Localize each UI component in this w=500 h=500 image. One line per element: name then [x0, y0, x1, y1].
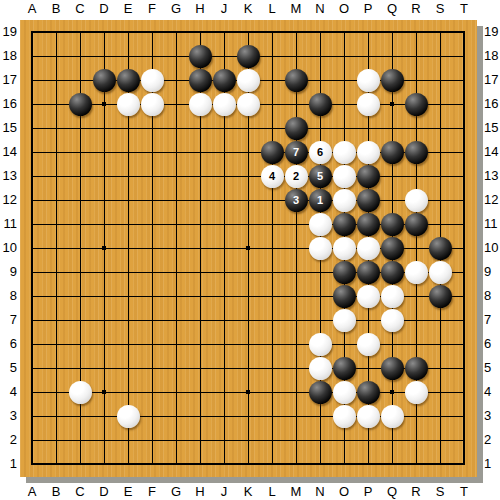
- white-stone-M13[interactable]: 2: [285, 165, 308, 188]
- intersection-D14[interactable]: [92, 140, 116, 164]
- white-stone-O12[interactable]: [333, 189, 356, 212]
- intersection-T11[interactable]: [452, 212, 476, 236]
- intersection-H9[interactable]: [188, 260, 212, 284]
- intersection-G15[interactable]: [164, 116, 188, 140]
- intersection-A18[interactable]: [20, 44, 44, 68]
- intersection-B3[interactable]: [44, 404, 68, 428]
- intersection-G9[interactable]: [164, 260, 188, 284]
- intersection-C19[interactable]: [68, 20, 92, 44]
- intersection-G8[interactable]: [164, 284, 188, 308]
- intersection-D17[interactable]: [92, 68, 116, 92]
- intersection-A16[interactable]: [20, 92, 44, 116]
- intersection-F9[interactable]: [140, 260, 164, 284]
- intersection-Q6[interactable]: [380, 332, 404, 356]
- white-stone-O4[interactable]: [333, 381, 356, 404]
- white-stone-F16[interactable]: [141, 93, 164, 116]
- intersection-H5[interactable]: [188, 356, 212, 380]
- intersection-O10[interactable]: [332, 236, 356, 260]
- intersection-K1[interactable]: [236, 452, 260, 476]
- intersection-C16[interactable]: [68, 92, 92, 116]
- intersection-B12[interactable]: [44, 188, 68, 212]
- intersection-K7[interactable]: [236, 308, 260, 332]
- intersection-G12[interactable]: [164, 188, 188, 212]
- intersection-R2[interactable]: [404, 428, 428, 452]
- intersection-G5[interactable]: [164, 356, 188, 380]
- intersection-B18[interactable]: [44, 44, 68, 68]
- intersection-F13[interactable]: [140, 164, 164, 188]
- intersection-P19[interactable]: [356, 20, 380, 44]
- white-stone-O13[interactable]: [333, 165, 356, 188]
- black-stone-Q11[interactable]: [381, 213, 404, 236]
- intersection-G3[interactable]: [164, 404, 188, 428]
- intersection-F6[interactable]: [140, 332, 164, 356]
- intersection-M16[interactable]: [284, 92, 308, 116]
- intersection-D3[interactable]: [92, 404, 116, 428]
- white-stone-Q7[interactable]: [381, 309, 404, 332]
- white-stone-L13[interactable]: 4: [261, 165, 284, 188]
- black-stone-Q5[interactable]: [381, 357, 404, 380]
- intersection-R3[interactable]: [404, 404, 428, 428]
- intersection-D15[interactable]: [92, 116, 116, 140]
- intersection-L11[interactable]: [260, 212, 284, 236]
- intersection-D2[interactable]: [92, 428, 116, 452]
- black-stone-P9[interactable]: [357, 261, 380, 284]
- intersection-S9[interactable]: [428, 260, 452, 284]
- intersection-F16[interactable]: [140, 92, 164, 116]
- intersection-H15[interactable]: [188, 116, 212, 140]
- white-stone-P3[interactable]: [357, 405, 380, 428]
- intersection-P7[interactable]: [356, 308, 380, 332]
- intersection-L2[interactable]: [260, 428, 284, 452]
- intersection-J13[interactable]: [212, 164, 236, 188]
- intersection-T19[interactable]: [452, 20, 476, 44]
- white-stone-O7[interactable]: [333, 309, 356, 332]
- intersection-H4[interactable]: [188, 380, 212, 404]
- white-stone-J16[interactable]: [213, 93, 236, 116]
- intersection-C2[interactable]: [68, 428, 92, 452]
- black-stone-R16[interactable]: [405, 93, 428, 116]
- intersection-P8[interactable]: [356, 284, 380, 308]
- intersection-K3[interactable]: [236, 404, 260, 428]
- intersection-M5[interactable]: [284, 356, 308, 380]
- white-stone-Q8[interactable]: [381, 285, 404, 308]
- intersection-S19[interactable]: [428, 20, 452, 44]
- intersection-L3[interactable]: [260, 404, 284, 428]
- intersection-L5[interactable]: [260, 356, 284, 380]
- intersection-N18[interactable]: [308, 44, 332, 68]
- intersection-S2[interactable]: [428, 428, 452, 452]
- intersection-R15[interactable]: [404, 116, 428, 140]
- intersection-M14[interactable]: 7: [284, 140, 308, 164]
- intersection-M17[interactable]: [284, 68, 308, 92]
- intersection-N13[interactable]: 5: [308, 164, 332, 188]
- intersection-H13[interactable]: [188, 164, 212, 188]
- intersection-D11[interactable]: [92, 212, 116, 236]
- intersection-G6[interactable]: [164, 332, 188, 356]
- intersection-D18[interactable]: [92, 44, 116, 68]
- intersection-F1[interactable]: [140, 452, 164, 476]
- intersection-P18[interactable]: [356, 44, 380, 68]
- intersection-A3[interactable]: [20, 404, 44, 428]
- intersection-K15[interactable]: [236, 116, 260, 140]
- intersection-S4[interactable]: [428, 380, 452, 404]
- intersection-F19[interactable]: [140, 20, 164, 44]
- intersection-K9[interactable]: [236, 260, 260, 284]
- black-stone-D17[interactable]: [93, 69, 116, 92]
- intersection-T3[interactable]: [452, 404, 476, 428]
- intersection-E10[interactable]: [116, 236, 140, 260]
- intersection-N19[interactable]: [308, 20, 332, 44]
- white-stone-F17[interactable]: [141, 69, 164, 92]
- intersection-C10[interactable]: [68, 236, 92, 260]
- intersection-D19[interactable]: [92, 20, 116, 44]
- intersection-G16[interactable]: [164, 92, 188, 116]
- intersection-Q16[interactable]: [380, 92, 404, 116]
- black-stone-M12[interactable]: 3: [285, 189, 308, 212]
- intersection-B8[interactable]: [44, 284, 68, 308]
- intersection-T14[interactable]: [452, 140, 476, 164]
- intersection-T15[interactable]: [452, 116, 476, 140]
- black-stone-Q9[interactable]: [381, 261, 404, 284]
- white-stone-K16[interactable]: [237, 93, 260, 116]
- intersection-S17[interactable]: [428, 68, 452, 92]
- intersection-E5[interactable]: [116, 356, 140, 380]
- black-stone-H18[interactable]: [189, 45, 212, 68]
- intersection-F15[interactable]: [140, 116, 164, 140]
- intersection-O2[interactable]: [332, 428, 356, 452]
- intersection-C9[interactable]: [68, 260, 92, 284]
- intersection-N17[interactable]: [308, 68, 332, 92]
- intersection-M15[interactable]: [284, 116, 308, 140]
- intersection-N12[interactable]: 1: [308, 188, 332, 212]
- intersection-S10[interactable]: [428, 236, 452, 260]
- intersection-M4[interactable]: [284, 380, 308, 404]
- black-stone-O5[interactable]: [333, 357, 356, 380]
- intersection-G2[interactable]: [164, 428, 188, 452]
- intersection-T16[interactable]: [452, 92, 476, 116]
- intersection-H1[interactable]: [188, 452, 212, 476]
- black-stone-Q10[interactable]: [381, 237, 404, 260]
- intersection-A15[interactable]: [20, 116, 44, 140]
- intersection-S15[interactable]: [428, 116, 452, 140]
- intersection-C6[interactable]: [68, 332, 92, 356]
- intersection-P6[interactable]: [356, 332, 380, 356]
- intersection-A4[interactable]: [20, 380, 44, 404]
- intersection-D10[interactable]: [92, 236, 116, 260]
- intersection-Q17[interactable]: [380, 68, 404, 92]
- intersection-F4[interactable]: [140, 380, 164, 404]
- intersection-Q11[interactable]: [380, 212, 404, 236]
- intersection-F14[interactable]: [140, 140, 164, 164]
- intersection-C4[interactable]: [68, 380, 92, 404]
- intersection-M12[interactable]: 3: [284, 188, 308, 212]
- intersection-A7[interactable]: [20, 308, 44, 332]
- black-stone-P11[interactable]: [357, 213, 380, 236]
- intersection-H18[interactable]: [188, 44, 212, 68]
- intersection-C15[interactable]: [68, 116, 92, 140]
- intersection-L10[interactable]: [260, 236, 284, 260]
- intersection-M8[interactable]: [284, 284, 308, 308]
- intersection-F18[interactable]: [140, 44, 164, 68]
- white-stone-N14[interactable]: 6: [309, 141, 332, 164]
- intersection-F11[interactable]: [140, 212, 164, 236]
- intersection-O18[interactable]: [332, 44, 356, 68]
- intersection-R5[interactable]: [404, 356, 428, 380]
- intersection-L8[interactable]: [260, 284, 284, 308]
- intersection-J17[interactable]: [212, 68, 236, 92]
- intersection-J1[interactable]: [212, 452, 236, 476]
- intersection-P10[interactable]: [356, 236, 380, 260]
- intersection-Q10[interactable]: [380, 236, 404, 260]
- intersection-E9[interactable]: [116, 260, 140, 284]
- intersection-M6[interactable]: [284, 332, 308, 356]
- intersection-F3[interactable]: [140, 404, 164, 428]
- intersection-D16[interactable]: [92, 92, 116, 116]
- intersection-O15[interactable]: [332, 116, 356, 140]
- intersection-H11[interactable]: [188, 212, 212, 236]
- black-stone-N12[interactable]: 1: [309, 189, 332, 212]
- intersection-O5[interactable]: [332, 356, 356, 380]
- intersection-O16[interactable]: [332, 92, 356, 116]
- intersection-J18[interactable]: [212, 44, 236, 68]
- intersection-A6[interactable]: [20, 332, 44, 356]
- intersection-L19[interactable]: [260, 20, 284, 44]
- white-stone-P10[interactable]: [357, 237, 380, 260]
- intersection-J14[interactable]: [212, 140, 236, 164]
- intersection-A13[interactable]: [20, 164, 44, 188]
- black-stone-M15[interactable]: [285, 117, 308, 140]
- intersection-O14[interactable]: [332, 140, 356, 164]
- intersection-G1[interactable]: [164, 452, 188, 476]
- intersection-P15[interactable]: [356, 116, 380, 140]
- intersection-F5[interactable]: [140, 356, 164, 380]
- black-stone-O8[interactable]: [333, 285, 356, 308]
- intersection-Q9[interactable]: [380, 260, 404, 284]
- black-stone-K18[interactable]: [237, 45, 260, 68]
- white-stone-S9[interactable]: [429, 261, 452, 284]
- intersection-A17[interactable]: [20, 68, 44, 92]
- intersection-T7[interactable]: [452, 308, 476, 332]
- intersection-T10[interactable]: [452, 236, 476, 260]
- intersection-Q4[interactable]: [380, 380, 404, 404]
- intersection-R16[interactable]: [404, 92, 428, 116]
- intersection-K2[interactable]: [236, 428, 260, 452]
- intersection-J3[interactable]: [212, 404, 236, 428]
- intersection-O4[interactable]: [332, 380, 356, 404]
- intersection-Q15[interactable]: [380, 116, 404, 140]
- intersection-N14[interactable]: 6: [308, 140, 332, 164]
- intersection-O17[interactable]: [332, 68, 356, 92]
- intersection-O7[interactable]: [332, 308, 356, 332]
- white-stone-O3[interactable]: [333, 405, 356, 428]
- intersection-O12[interactable]: [332, 188, 356, 212]
- intersection-C7[interactable]: [68, 308, 92, 332]
- black-stone-R14[interactable]: [405, 141, 428, 164]
- intersection-M19[interactable]: [284, 20, 308, 44]
- intersection-L15[interactable]: [260, 116, 284, 140]
- white-stone-E16[interactable]: [117, 93, 140, 116]
- intersection-T2[interactable]: [452, 428, 476, 452]
- intersection-C3[interactable]: [68, 404, 92, 428]
- intersection-R8[interactable]: [404, 284, 428, 308]
- black-stone-R5[interactable]: [405, 357, 428, 380]
- intersection-M9[interactable]: [284, 260, 308, 284]
- intersection-B17[interactable]: [44, 68, 68, 92]
- intersection-N1[interactable]: [308, 452, 332, 476]
- intersection-C13[interactable]: [68, 164, 92, 188]
- intersection-K4[interactable]: [236, 380, 260, 404]
- black-stone-P12[interactable]: [357, 189, 380, 212]
- intersection-R1[interactable]: [404, 452, 428, 476]
- intersection-H12[interactable]: [188, 188, 212, 212]
- intersection-A10[interactable]: [20, 236, 44, 260]
- intersection-H7[interactable]: [188, 308, 212, 332]
- intersection-R12[interactable]: [404, 188, 428, 212]
- intersection-S8[interactable]: [428, 284, 452, 308]
- black-stone-L14[interactable]: [261, 141, 284, 164]
- intersection-M11[interactable]: [284, 212, 308, 236]
- intersection-H19[interactable]: [188, 20, 212, 44]
- intersection-R7[interactable]: [404, 308, 428, 332]
- intersection-G17[interactable]: [164, 68, 188, 92]
- intersection-L12[interactable]: [260, 188, 284, 212]
- intersection-L18[interactable]: [260, 44, 284, 68]
- black-stone-N4[interactable]: [309, 381, 332, 404]
- white-stone-O10[interactable]: [333, 237, 356, 260]
- intersection-K17[interactable]: [236, 68, 260, 92]
- intersection-T9[interactable]: [452, 260, 476, 284]
- intersection-P4[interactable]: [356, 380, 380, 404]
- intersection-Q13[interactable]: [380, 164, 404, 188]
- intersection-D12[interactable]: [92, 188, 116, 212]
- intersection-Q5[interactable]: [380, 356, 404, 380]
- intersection-E12[interactable]: [116, 188, 140, 212]
- intersection-G14[interactable]: [164, 140, 188, 164]
- intersection-A11[interactable]: [20, 212, 44, 236]
- intersection-D1[interactable]: [92, 452, 116, 476]
- black-stone-E17[interactable]: [117, 69, 140, 92]
- intersection-C12[interactable]: [68, 188, 92, 212]
- intersection-O19[interactable]: [332, 20, 356, 44]
- intersection-R11[interactable]: [404, 212, 428, 236]
- intersection-S13[interactable]: [428, 164, 452, 188]
- intersection-B6[interactable]: [44, 332, 68, 356]
- intersection-P16[interactable]: [356, 92, 380, 116]
- black-stone-M17[interactable]: [285, 69, 308, 92]
- black-stone-P13[interactable]: [357, 165, 380, 188]
- intersection-R19[interactable]: [404, 20, 428, 44]
- white-stone-P16[interactable]: [357, 93, 380, 116]
- intersection-A8[interactable]: [20, 284, 44, 308]
- intersection-B5[interactable]: [44, 356, 68, 380]
- intersection-M10[interactable]: [284, 236, 308, 260]
- intersection-S16[interactable]: [428, 92, 452, 116]
- white-stone-R4[interactable]: [405, 381, 428, 404]
- intersection-R14[interactable]: [404, 140, 428, 164]
- intersection-R10[interactable]: [404, 236, 428, 260]
- intersection-H10[interactable]: [188, 236, 212, 260]
- intersection-T1[interactable]: [452, 452, 476, 476]
- intersection-P9[interactable]: [356, 260, 380, 284]
- intersection-E1[interactable]: [116, 452, 140, 476]
- intersection-L9[interactable]: [260, 260, 284, 284]
- intersection-K14[interactable]: [236, 140, 260, 164]
- intersection-G13[interactable]: [164, 164, 188, 188]
- intersection-N7[interactable]: [308, 308, 332, 332]
- white-stone-P6[interactable]: [357, 333, 380, 356]
- intersection-F12[interactable]: [140, 188, 164, 212]
- intersection-O11[interactable]: [332, 212, 356, 236]
- intersection-L4[interactable]: [260, 380, 284, 404]
- intersection-R13[interactable]: [404, 164, 428, 188]
- intersection-M7[interactable]: [284, 308, 308, 332]
- intersection-J6[interactable]: [212, 332, 236, 356]
- intersection-N4[interactable]: [308, 380, 332, 404]
- intersection-P5[interactable]: [356, 356, 380, 380]
- intersection-J10[interactable]: [212, 236, 236, 260]
- intersection-D13[interactable]: [92, 164, 116, 188]
- intersection-N16[interactable]: [308, 92, 332, 116]
- intersection-A19[interactable]: [20, 20, 44, 44]
- intersection-Q12[interactable]: [380, 188, 404, 212]
- intersection-D9[interactable]: [92, 260, 116, 284]
- intersection-G11[interactable]: [164, 212, 188, 236]
- intersection-P14[interactable]: [356, 140, 380, 164]
- black-stone-H17[interactable]: [189, 69, 212, 92]
- intersection-K16[interactable]: [236, 92, 260, 116]
- intersection-A12[interactable]: [20, 188, 44, 212]
- intersection-K12[interactable]: [236, 188, 260, 212]
- intersection-J12[interactable]: [212, 188, 236, 212]
- intersection-R4[interactable]: [404, 380, 428, 404]
- black-stone-N13[interactable]: 5: [309, 165, 332, 188]
- intersection-C17[interactable]: [68, 68, 92, 92]
- intersection-P11[interactable]: [356, 212, 380, 236]
- intersection-L7[interactable]: [260, 308, 284, 332]
- intersection-A2[interactable]: [20, 428, 44, 452]
- intersection-T18[interactable]: [452, 44, 476, 68]
- intersection-O9[interactable]: [332, 260, 356, 284]
- intersection-E13[interactable]: [116, 164, 140, 188]
- intersection-P12[interactable]: [356, 188, 380, 212]
- white-stone-H16[interactable]: [189, 93, 212, 116]
- intersection-E3[interactable]: [116, 404, 140, 428]
- intersection-G10[interactable]: [164, 236, 188, 260]
- intersection-B15[interactable]: [44, 116, 68, 140]
- intersection-E8[interactable]: [116, 284, 140, 308]
- intersection-O8[interactable]: [332, 284, 356, 308]
- intersection-S12[interactable]: [428, 188, 452, 212]
- intersection-E19[interactable]: [116, 20, 140, 44]
- intersection-S5[interactable]: [428, 356, 452, 380]
- white-stone-O14[interactable]: [333, 141, 356, 164]
- intersection-G18[interactable]: [164, 44, 188, 68]
- white-stone-Q3[interactable]: [381, 405, 404, 428]
- intersection-C5[interactable]: [68, 356, 92, 380]
- intersection-N3[interactable]: [308, 404, 332, 428]
- black-stone-P4[interactable]: [357, 381, 380, 404]
- intersection-B1[interactable]: [44, 452, 68, 476]
- intersection-E7[interactable]: [116, 308, 140, 332]
- intersection-L16[interactable]: [260, 92, 284, 116]
- intersection-E17[interactable]: [116, 68, 140, 92]
- intersection-J5[interactable]: [212, 356, 236, 380]
- intersection-E11[interactable]: [116, 212, 140, 236]
- intersection-E18[interactable]: [116, 44, 140, 68]
- intersection-Q19[interactable]: [380, 20, 404, 44]
- black-stone-Q14[interactable]: [381, 141, 404, 164]
- intersection-A5[interactable]: [20, 356, 44, 380]
